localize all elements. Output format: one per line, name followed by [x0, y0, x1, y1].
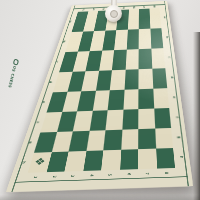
hanging-hook-icon	[105, 5, 122, 22]
square-r7c4	[101, 150, 121, 171]
brand-roundel-icon	[13, 59, 20, 66]
square-r3c6	[138, 69, 152, 90]
coord-label: f	[35, 122, 39, 124]
square-r4c6	[138, 89, 153, 110]
square-r3c5	[124, 69, 139, 90]
square-r7c6	[138, 149, 156, 170]
square-r4c5	[123, 89, 139, 110]
coord-label: 1	[82, 8, 85, 10]
square-r3c4	[110, 70, 126, 91]
coord-label: 7	[143, 5, 145, 7]
coord-label: 2	[92, 8, 95, 10]
square-r5c5	[122, 109, 139, 130]
square-r1c5	[126, 29, 138, 50]
square-r6c5	[121, 129, 139, 150]
coord-label: 7	[145, 172, 149, 174]
coord-label: 8	[164, 172, 168, 174]
border-corner	[175, 168, 190, 169]
background-bottom-shadow	[0, 195, 200, 200]
coord-label: 5	[108, 174, 112, 176]
coord-label: 4	[89, 174, 94, 176]
coord-label: h	[21, 162, 26, 164]
square-r5c6	[138, 109, 154, 130]
edge-branding: US CHESS	[4, 58, 20, 101]
coord-label: 3	[102, 7, 105, 9]
square-r6c7	[155, 128, 173, 149]
coord-label: 3	[70, 175, 75, 177]
hook-grommet	[110, 10, 118, 18]
square-r6c6	[138, 129, 155, 150]
coord-label: 6	[133, 6, 135, 8]
square-r2c4	[112, 50, 126, 71]
square-r7c5	[120, 149, 139, 170]
coord-band-right: h	[173, 148, 190, 168]
square-r6c4	[103, 130, 122, 151]
square-r4c4	[108, 90, 125, 111]
square-r5c4	[105, 110, 123, 131]
coord-label: 8	[153, 5, 155, 7]
board-rule-line	[11, 173, 18, 192]
photo-stage: 12345678aabbccddeeffggh❖h12345678 US CHE…	[0, 0, 200, 200]
coord-label: 1	[33, 176, 38, 178]
board-rule-line	[185, 168, 188, 187]
coord-label: 5	[122, 6, 124, 8]
square-r7c7	[156, 148, 175, 169]
square-r1c6	[139, 29, 151, 50]
square-r7c3	[83, 150, 104, 171]
square-r2c5	[125, 49, 138, 70]
background-right-shadow	[193, 32, 200, 200]
coord-label: 6	[126, 173, 130, 175]
brand-text: US CHESS	[8, 65, 17, 88]
square-r0c5	[127, 9, 138, 29]
coord-label: g	[28, 141, 33, 143]
square-r2c6	[139, 49, 152, 70]
coord-label: 2	[52, 176, 57, 178]
